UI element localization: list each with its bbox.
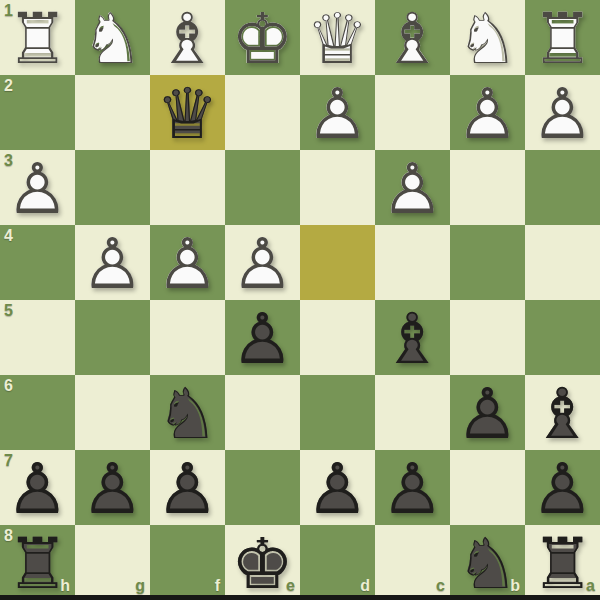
square-f1[interactable]: ♝♗ bbox=[150, 0, 225, 75]
piece-outline-glyph: ♗ bbox=[375, 1, 450, 76]
square-d6[interactable] bbox=[300, 375, 375, 450]
chess-app-window: ♜♖1♞♘♝♗♚♔♛♕♝♗♞♘♜♖2♛♕♟♙♟♙♟♙♟♙3♟♙4♟♙♟♙♟♙5♟… bbox=[0, 0, 600, 600]
square-h4[interactable]: 4 bbox=[0, 225, 75, 300]
square-f7[interactable]: ♟♙ bbox=[150, 450, 225, 525]
piece-outline-glyph: ♙ bbox=[225, 301, 300, 376]
white-knight[interactable]: ♞♘ bbox=[450, 0, 525, 75]
piece-outline-glyph: ♙ bbox=[225, 226, 300, 301]
black-bishop[interactable]: ♝♗ bbox=[375, 300, 450, 375]
square-c3[interactable]: ♟♙ bbox=[375, 150, 450, 225]
white-pawn[interactable]: ♟♙ bbox=[300, 75, 375, 150]
square-b2[interactable]: ♟♙ bbox=[450, 75, 525, 150]
square-b8[interactable]: ♞♘b bbox=[450, 525, 525, 600]
square-g6[interactable] bbox=[75, 375, 150, 450]
square-a4[interactable] bbox=[525, 225, 600, 300]
white-knight[interactable]: ♞♘ bbox=[75, 0, 150, 75]
square-g7[interactable]: ♟♙ bbox=[75, 450, 150, 525]
piece-outline-glyph: ♘ bbox=[75, 1, 150, 76]
square-c4[interactable] bbox=[375, 225, 450, 300]
square-g4[interactable]: ♟♙ bbox=[75, 225, 150, 300]
file-label-h: h bbox=[60, 578, 70, 594]
piece-outline-glyph: ♘ bbox=[450, 1, 525, 76]
piece-outline-glyph: ♙ bbox=[300, 76, 375, 151]
square-f8[interactable]: f bbox=[150, 525, 225, 600]
square-a2[interactable]: ♟♙ bbox=[525, 75, 600, 150]
black-pawn[interactable]: ♟♙ bbox=[450, 375, 525, 450]
rank-label-7: 7 bbox=[4, 453, 13, 469]
square-h5[interactable]: 5 bbox=[0, 300, 75, 375]
piece-outline-glyph: ♙ bbox=[75, 226, 150, 301]
rank-label-3: 3 bbox=[4, 153, 13, 169]
square-g2[interactable] bbox=[75, 75, 150, 150]
square-d8[interactable]: d bbox=[300, 525, 375, 600]
piece-outline-glyph: ♙ bbox=[150, 451, 225, 526]
square-e8[interactable]: ♚♔e bbox=[225, 525, 300, 600]
square-d4[interactable] bbox=[300, 225, 375, 300]
square-h3[interactable]: ♟♙3 bbox=[0, 150, 75, 225]
square-c2[interactable] bbox=[375, 75, 450, 150]
square-e3[interactable] bbox=[225, 150, 300, 225]
square-h2[interactable]: 2 bbox=[0, 75, 75, 150]
square-c5[interactable]: ♝♗ bbox=[375, 300, 450, 375]
square-h8[interactable]: ♜♖8h bbox=[0, 525, 75, 600]
white-queen[interactable]: ♛♕ bbox=[300, 0, 375, 75]
square-e6[interactable] bbox=[225, 375, 300, 450]
file-label-e: e bbox=[286, 578, 295, 594]
square-a7[interactable]: ♟♙ bbox=[525, 450, 600, 525]
square-f5[interactable] bbox=[150, 300, 225, 375]
square-b3[interactable] bbox=[450, 150, 525, 225]
square-d3[interactable] bbox=[300, 150, 375, 225]
file-label-a: a bbox=[586, 578, 595, 594]
square-d5[interactable] bbox=[300, 300, 375, 375]
white-pawn[interactable]: ♟♙ bbox=[75, 225, 150, 300]
rank-label-6: 6 bbox=[4, 378, 13, 394]
black-pawn[interactable]: ♟♙ bbox=[75, 450, 150, 525]
file-label-d: d bbox=[360, 578, 370, 594]
square-h1[interactable]: ♜♖1 bbox=[0, 0, 75, 75]
white-pawn[interactable]: ♟♙ bbox=[150, 225, 225, 300]
square-d7[interactable]: ♟♙ bbox=[300, 450, 375, 525]
square-c1[interactable]: ♝♗ bbox=[375, 0, 450, 75]
white-pawn[interactable]: ♟♙ bbox=[375, 150, 450, 225]
square-a3[interactable] bbox=[525, 150, 600, 225]
square-b7[interactable] bbox=[450, 450, 525, 525]
piece-outline-glyph: ♙ bbox=[525, 451, 600, 526]
square-e7[interactable] bbox=[225, 450, 300, 525]
file-label-b: b bbox=[510, 578, 520, 594]
rank-label-8: 8 bbox=[4, 528, 13, 544]
square-c8[interactable]: c bbox=[375, 525, 450, 600]
rank-label-1: 1 bbox=[4, 3, 13, 19]
white-pawn[interactable]: ♟♙ bbox=[450, 75, 525, 150]
square-f4[interactable]: ♟♙ bbox=[150, 225, 225, 300]
piece-outline-glyph: ♗ bbox=[150, 1, 225, 76]
chess-board: ♜♖1♞♘♝♗♚♔♛♕♝♗♞♘♜♖2♛♕♟♙♟♙♟♙♟♙3♟♙4♟♙♟♙♟♙5♟… bbox=[0, 0, 600, 600]
square-a5[interactable] bbox=[525, 300, 600, 375]
square-g1[interactable]: ♞♘ bbox=[75, 0, 150, 75]
black-pawn[interactable]: ♟♙ bbox=[150, 450, 225, 525]
piece-outline-glyph: ♙ bbox=[150, 226, 225, 301]
black-knight[interactable]: ♞♘ bbox=[150, 375, 225, 450]
square-c7[interactable]: ♟♙ bbox=[375, 450, 450, 525]
rank-label-4: 4 bbox=[4, 228, 13, 244]
black-pawn[interactable]: ♟♙ bbox=[225, 300, 300, 375]
black-bishop[interactable]: ♝♗ bbox=[525, 375, 600, 450]
piece-outline-glyph: ♙ bbox=[375, 451, 450, 526]
square-e5[interactable]: ♟♙ bbox=[225, 300, 300, 375]
white-rook[interactable]: ♜♖ bbox=[525, 0, 600, 75]
square-b6[interactable]: ♟♙ bbox=[450, 375, 525, 450]
piece-outline-glyph: ♙ bbox=[375, 151, 450, 226]
square-f6[interactable]: ♞♘ bbox=[150, 375, 225, 450]
piece-outline-glyph: ♔ bbox=[225, 1, 300, 76]
rank-label-5: 5 bbox=[4, 303, 13, 319]
square-b1[interactable]: ♞♘ bbox=[450, 0, 525, 75]
square-h7[interactable]: ♟♙7 bbox=[0, 450, 75, 525]
white-bishop[interactable]: ♝♗ bbox=[375, 0, 450, 75]
black-queen[interactable]: ♛♕ bbox=[150, 75, 225, 150]
square-d1[interactable]: ♛♕ bbox=[300, 0, 375, 75]
piece-outline-glyph: ♖ bbox=[525, 1, 600, 76]
piece-outline-glyph: ♕ bbox=[150, 76, 225, 151]
square-a8[interactable]: ♜♖a bbox=[525, 525, 600, 600]
square-b5[interactable] bbox=[450, 300, 525, 375]
black-pawn[interactable]: ♟♙ bbox=[300, 450, 375, 525]
white-pawn[interactable]: ♟♙ bbox=[225, 225, 300, 300]
square-f2[interactable]: ♛♕ bbox=[150, 75, 225, 150]
piece-outline-glyph: ♗ bbox=[375, 301, 450, 376]
piece-outline-glyph: ♙ bbox=[450, 376, 525, 451]
piece-outline-glyph: ♘ bbox=[150, 376, 225, 451]
square-a1[interactable]: ♜♖ bbox=[525, 0, 600, 75]
piece-outline-glyph: ♙ bbox=[525, 76, 600, 151]
square-h6[interactable]: 6 bbox=[0, 375, 75, 450]
square-e1[interactable]: ♚♔ bbox=[225, 0, 300, 75]
square-f3[interactable] bbox=[150, 150, 225, 225]
square-g5[interactable] bbox=[75, 300, 150, 375]
square-d2[interactable]: ♟♙ bbox=[300, 75, 375, 150]
piece-outline-glyph: ♗ bbox=[525, 376, 600, 451]
square-g3[interactable] bbox=[75, 150, 150, 225]
square-g8[interactable]: g bbox=[75, 525, 150, 600]
rank-label-2: 2 bbox=[4, 78, 13, 94]
piece-outline-glyph: ♙ bbox=[450, 76, 525, 151]
square-e2[interactable] bbox=[225, 75, 300, 150]
window-bottom-edge bbox=[0, 595, 600, 600]
black-pawn[interactable]: ♟♙ bbox=[525, 450, 600, 525]
white-bishop[interactable]: ♝♗ bbox=[150, 0, 225, 75]
piece-outline-glyph: ♙ bbox=[75, 451, 150, 526]
white-pawn[interactable]: ♟♙ bbox=[525, 75, 600, 150]
square-a6[interactable]: ♝♗ bbox=[525, 375, 600, 450]
black-pawn[interactable]: ♟♙ bbox=[375, 450, 450, 525]
square-b4[interactable] bbox=[450, 225, 525, 300]
square-e4[interactable]: ♟♙ bbox=[225, 225, 300, 300]
white-king[interactable]: ♚♔ bbox=[225, 0, 300, 75]
square-c6[interactable] bbox=[375, 375, 450, 450]
file-label-f: f bbox=[215, 578, 220, 594]
piece-outline-glyph: ♕ bbox=[300, 1, 375, 76]
piece-outline-glyph: ♙ bbox=[300, 451, 375, 526]
file-label-c: c bbox=[436, 578, 445, 594]
file-label-g: g bbox=[135, 578, 145, 594]
